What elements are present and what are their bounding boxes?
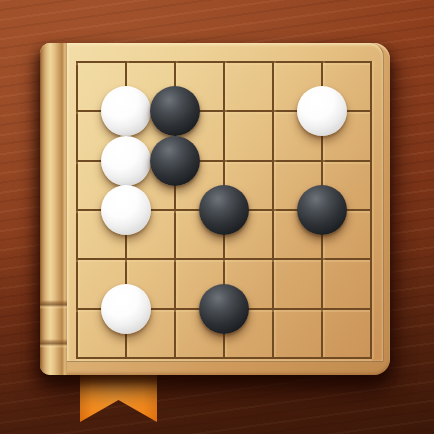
spine-groove: [40, 339, 67, 348]
go-stone-black[interactable]: [150, 86, 200, 136]
go-stone-black[interactable]: [199, 284, 249, 334]
go-stone-black[interactable]: [150, 136, 200, 186]
grid-line-vertical: [272, 61, 274, 359]
app-icon-go-board: [0, 0, 434, 434]
go-stone-white[interactable]: [101, 136, 151, 186]
spine-groove: [40, 300, 67, 309]
bookmark-ribbon: [80, 371, 157, 422]
grid-line-horizontal: [76, 357, 372, 359]
book-spine: [40, 43, 67, 375]
go-stone-white[interactable]: [297, 86, 347, 136]
go-stone-black[interactable]: [199, 185, 249, 235]
grid-line-horizontal: [76, 258, 372, 260]
go-stone-white[interactable]: [101, 86, 151, 136]
go-stone-white[interactable]: [101, 284, 151, 334]
go-stone-white[interactable]: [101, 185, 151, 235]
go-stone-black[interactable]: [297, 185, 347, 235]
grid-line-vertical: [370, 61, 372, 359]
